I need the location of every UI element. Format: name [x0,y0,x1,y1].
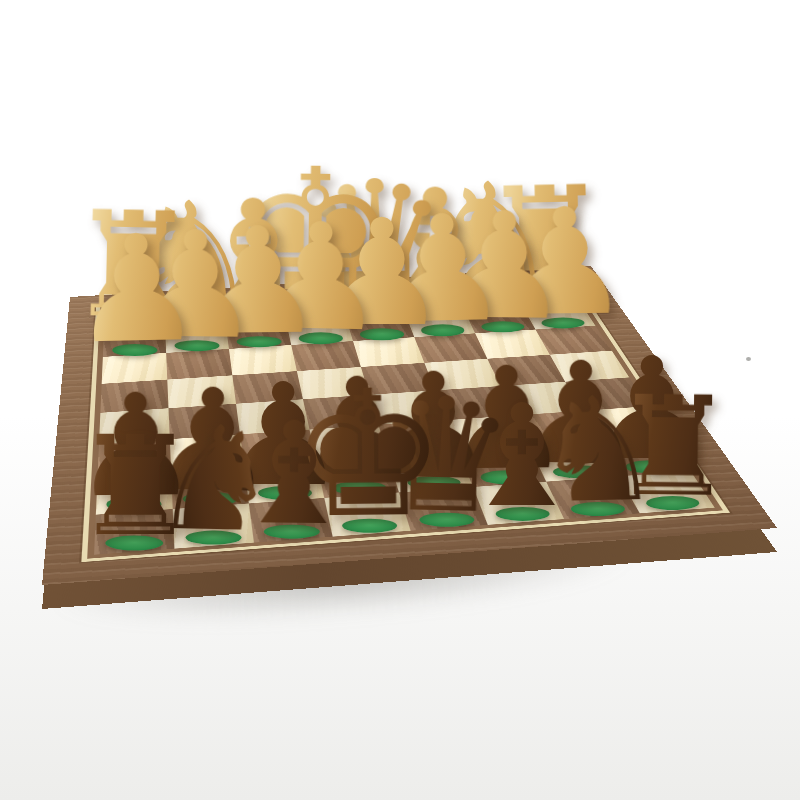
photo-stage: ♜♞♝♛♚♝♞♜♟♟♟♟♟♟♟♟♟♟♟♟♟♟♟♟♜♞♝♛♚♝♞♜ [0,0,800,800]
dust-speck [746,357,751,361]
piece-white-pawn[interactable]: ♟ [69,215,204,365]
piece-black-rook[interactable]: ♜ [74,419,197,556]
